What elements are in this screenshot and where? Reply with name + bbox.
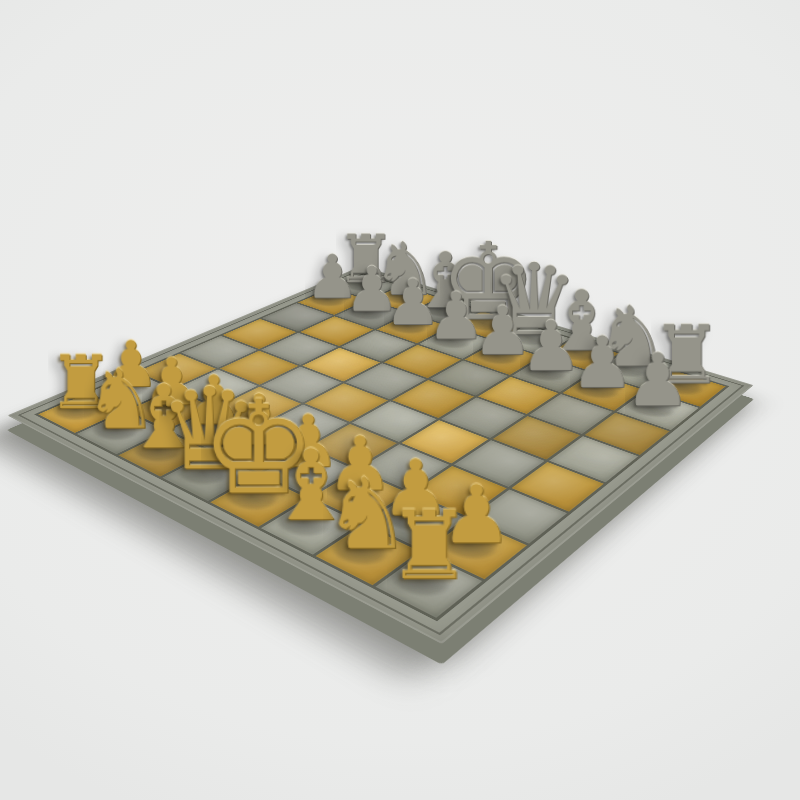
chessboard: ♜♞♝♚♛♝♞♜♟♟♟♟♟♟♟♟♟♟♟♟♟♟♟♟♜♞♝♛♚♝♞♜ bbox=[7, 266, 753, 644]
piece-glyph: ♟ bbox=[625, 343, 691, 416]
scene: ♜♞♝♚♛♝♞♜♟♟♟♟♟♟♟♟♟♟♟♟♟♟♟♟♜♞♝♛♚♝♞♜ bbox=[0, 0, 800, 800]
photo-backdrop: ♜♞♝♚♛♝♞♜♟♟♟♟♟♟♟♟♟♟♟♟♟♟♟♟♜♞♝♛♚♝♞♜ bbox=[0, 0, 800, 800]
piece-glyph: ♜ bbox=[387, 498, 472, 592]
